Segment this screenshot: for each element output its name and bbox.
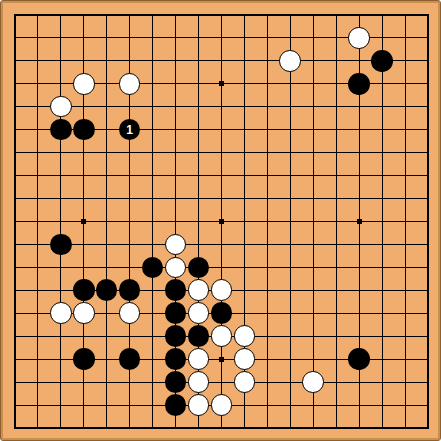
black-stone	[96, 279, 118, 301]
white-stone	[211, 325, 233, 347]
black-stone	[165, 279, 187, 301]
black-stone	[165, 325, 187, 347]
white-stone	[188, 302, 210, 324]
white-stone	[165, 234, 187, 256]
white-stone	[165, 257, 187, 279]
white-stone	[119, 302, 141, 324]
black-stone	[50, 119, 72, 141]
black-stone	[211, 302, 233, 324]
white-stone	[73, 73, 95, 95]
white-stone	[188, 394, 210, 416]
white-stone	[348, 27, 370, 49]
black-stone	[165, 302, 187, 324]
black-stone	[142, 257, 164, 279]
board-intersection-grid: 1	[4, 4, 440, 440]
black-stone	[73, 279, 95, 301]
white-stone	[234, 348, 256, 370]
go-board: 1	[0, 0, 441, 441]
black-stone	[371, 50, 393, 72]
black-stone	[165, 394, 187, 416]
black-stone	[188, 325, 210, 347]
black-stone	[119, 348, 141, 370]
white-stone	[188, 371, 210, 393]
white-stone	[50, 96, 72, 118]
black-stone	[348, 73, 370, 95]
black-stone	[165, 371, 187, 393]
white-stone	[302, 371, 324, 393]
white-stone	[188, 279, 210, 301]
white-stone	[211, 394, 233, 416]
move-number-label: 1	[126, 124, 133, 136]
black-stone	[165, 348, 187, 370]
white-stone	[279, 50, 301, 72]
black-stone	[73, 348, 95, 370]
white-stone	[234, 325, 256, 347]
white-stone	[73, 302, 95, 324]
black-stone	[188, 257, 210, 279]
black-stone	[348, 348, 370, 370]
black-stone	[50, 234, 72, 256]
white-stone	[211, 279, 233, 301]
move-1-black-stone: 1	[119, 119, 141, 141]
white-stone	[119, 73, 141, 95]
white-stone	[188, 348, 210, 370]
white-stone	[50, 302, 72, 324]
black-stone	[119, 279, 141, 301]
black-stone	[73, 119, 95, 141]
white-stone	[234, 371, 256, 393]
